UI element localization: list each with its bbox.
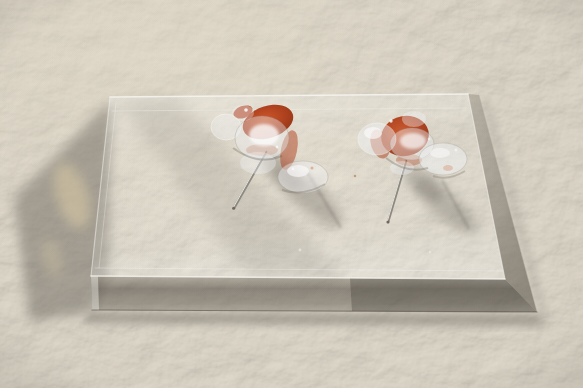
vignette-overlay: [0, 0, 583, 388]
photograph: [0, 0, 583, 388]
